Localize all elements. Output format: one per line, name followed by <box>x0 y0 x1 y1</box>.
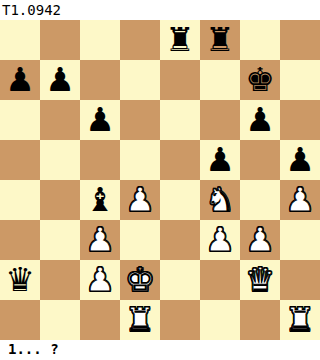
square-a7[interactable]: ♟ <box>0 60 40 100</box>
square-f2[interactable] <box>200 260 240 300</box>
square-e8[interactable]: ♜ <box>160 20 200 60</box>
square-d6[interactable] <box>120 100 160 140</box>
square-h5[interactable]: ♟ <box>280 140 320 180</box>
white-pawn-piece[interactable]: ♟ <box>85 220 115 260</box>
square-h2[interactable] <box>280 260 320 300</box>
square-c6[interactable]: ♟ <box>80 100 120 140</box>
square-d1[interactable]: ♜ <box>120 300 160 340</box>
white-rook-piece[interactable]: ♜ <box>125 300 155 340</box>
white-rook-piece[interactable]: ♜ <box>285 300 315 340</box>
black-rook-piece[interactable]: ♜ <box>205 20 235 60</box>
square-g5[interactable] <box>240 140 280 180</box>
black-king-piece[interactable]: ♚ <box>245 60 275 100</box>
black-pawn-piece[interactable]: ♟ <box>45 60 75 100</box>
square-c2[interactable]: ♟ <box>80 260 120 300</box>
square-e2[interactable] <box>160 260 200 300</box>
square-d3[interactable] <box>120 220 160 260</box>
move-prompt: 1... ? <box>8 340 59 358</box>
square-e1[interactable] <box>160 300 200 340</box>
square-c7[interactable] <box>80 60 120 100</box>
square-g8[interactable] <box>240 20 280 60</box>
square-b4[interactable] <box>40 180 80 220</box>
chess-board: ♜♜♟♟♚♟♟♟♟♝♟♞♟♟♟♟♛♟♚♛♜♜ <box>0 20 320 340</box>
square-d7[interactable] <box>120 60 160 100</box>
square-c8[interactable] <box>80 20 120 60</box>
square-a5[interactable] <box>0 140 40 180</box>
square-c4[interactable]: ♝ <box>80 180 120 220</box>
square-d4[interactable]: ♟ <box>120 180 160 220</box>
square-b7[interactable]: ♟ <box>40 60 80 100</box>
square-h7[interactable] <box>280 60 320 100</box>
square-e4[interactable] <box>160 180 200 220</box>
square-a3[interactable] <box>0 220 40 260</box>
square-h1[interactable]: ♜ <box>280 300 320 340</box>
black-rook-piece[interactable]: ♜ <box>165 20 195 60</box>
black-pawn-piece[interactable]: ♟ <box>5 60 35 100</box>
white-pawn-piece[interactable]: ♟ <box>125 180 155 220</box>
square-c5[interactable] <box>80 140 120 180</box>
white-pawn-piece[interactable]: ♟ <box>285 180 315 220</box>
square-a8[interactable] <box>0 20 40 60</box>
square-b5[interactable] <box>40 140 80 180</box>
square-f3[interactable]: ♟ <box>200 220 240 260</box>
square-c3[interactable]: ♟ <box>80 220 120 260</box>
square-f4[interactable]: ♞ <box>200 180 240 220</box>
square-f7[interactable] <box>200 60 240 100</box>
square-g1[interactable] <box>240 300 280 340</box>
white-pawn-piece[interactable]: ♟ <box>205 220 235 260</box>
square-g2[interactable]: ♛ <box>240 260 280 300</box>
square-e6[interactable] <box>160 100 200 140</box>
square-a1[interactable] <box>0 300 40 340</box>
black-pawn-piece[interactable]: ♟ <box>205 140 235 180</box>
square-h4[interactable]: ♟ <box>280 180 320 220</box>
square-e3[interactable] <box>160 220 200 260</box>
black-bishop-piece[interactable]: ♝ <box>85 180 115 220</box>
square-a6[interactable] <box>0 100 40 140</box>
white-pawn-piece[interactable]: ♟ <box>245 220 275 260</box>
square-d2[interactable]: ♚ <box>120 260 160 300</box>
square-h8[interactable] <box>280 20 320 60</box>
black-pawn-piece[interactable]: ♟ <box>285 140 315 180</box>
square-c1[interactable] <box>80 300 120 340</box>
square-f6[interactable] <box>200 100 240 140</box>
square-d5[interactable] <box>120 140 160 180</box>
square-a2[interactable]: ♛ <box>0 260 40 300</box>
square-a4[interactable] <box>0 180 40 220</box>
square-d8[interactable] <box>120 20 160 60</box>
white-king-piece[interactable]: ♚ <box>125 260 155 300</box>
square-b3[interactable] <box>40 220 80 260</box>
black-pawn-piece[interactable]: ♟ <box>85 100 115 140</box>
square-f5[interactable]: ♟ <box>200 140 240 180</box>
square-b6[interactable] <box>40 100 80 140</box>
square-b1[interactable] <box>40 300 80 340</box>
black-pawn-piece[interactable]: ♟ <box>245 100 275 140</box>
square-g4[interactable] <box>240 180 280 220</box>
square-h6[interactable] <box>280 100 320 140</box>
square-e5[interactable] <box>160 140 200 180</box>
white-knight-piece[interactable]: ♞ <box>205 180 235 220</box>
square-g7[interactable]: ♚ <box>240 60 280 100</box>
black-queen-piece[interactable]: ♛ <box>5 260 35 300</box>
square-h3[interactable] <box>280 220 320 260</box>
white-queen-piece[interactable]: ♛ <box>245 260 275 300</box>
square-f8[interactable]: ♜ <box>200 20 240 60</box>
white-pawn-piece[interactable]: ♟ <box>85 260 115 300</box>
square-f1[interactable] <box>200 300 240 340</box>
square-b2[interactable] <box>40 260 80 300</box>
square-g3[interactable]: ♟ <box>240 220 280 260</box>
square-b8[interactable] <box>40 20 80 60</box>
puzzle-id-title: T1.0942 <box>2 1 61 19</box>
chess-puzzle-page: T1.0942 ♜♜♟♟♚♟♟♟♟♝♟♞♟♟♟♟♛♟♚♛♜♜ 1... ? <box>0 0 320 360</box>
square-e7[interactable] <box>160 60 200 100</box>
square-g6[interactable]: ♟ <box>240 100 280 140</box>
